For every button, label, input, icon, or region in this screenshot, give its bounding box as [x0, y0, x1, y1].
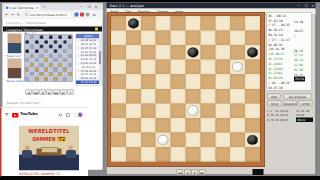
board-square[interactable] [230, 103, 245, 118]
live-white-man [54, 77, 57, 80]
board-square[interactable] [111, 74, 126, 89]
board-square[interactable] [200, 60, 215, 75]
board-square[interactable] [230, 45, 245, 60]
tab-favicon-icon [6, 6, 9, 9]
board-square[interactable] [111, 147, 126, 162]
board-square[interactable] [200, 45, 215, 60]
board-square[interactable] [156, 118, 171, 133]
live-white-man [44, 77, 47, 80]
board-square[interactable] [126, 74, 141, 89]
panel-button-terug[interactable]: terug [268, 101, 282, 107]
board-square[interactable] [156, 45, 171, 60]
board-square[interactable] [215, 16, 230, 31]
board-square[interactable] [185, 45, 200, 60]
thumbnail-title-line1: WERELDTITEL [19, 129, 79, 135]
forward-icon[interactable]: → [11, 12, 14, 17]
board-square[interactable] [185, 132, 200, 147]
more-icon[interactable]: ⋮ [73, 113, 77, 117]
live-white-man [68, 72, 71, 75]
tab-close-icon[interactable]: × [36, 6, 39, 10]
board-square[interactable] [215, 74, 230, 89]
browser-menu-icon[interactable]: ≡ [93, 12, 96, 17]
board-square[interactable] [185, 103, 200, 118]
thumbnail-title-line2: DAMMEN '72 [19, 137, 79, 142]
live-white-man [35, 77, 38, 80]
figure-right-body [66, 150, 76, 158]
thumbnail-board [42, 147, 58, 153]
youtube-logo-icon[interactable]: ▶ [12, 113, 19, 118]
banner-badge-icon [95, 28, 98, 31]
live-banner: Livegames Toernooibase [3, 27, 102, 32]
board-square[interactable] [156, 89, 171, 104]
main-board[interactable] [111, 16, 261, 163]
board-square[interactable] [126, 103, 141, 118]
live-nav-buttons: |◀◀◀◀▶▶▶▶|↻ [26, 90, 74, 95]
live-white-man [59, 63, 62, 66]
board-square[interactable] [245, 16, 260, 31]
app-nav-button[interactable]: ▶▶ [199, 170, 206, 176]
board-square[interactable] [185, 118, 200, 133]
board-square[interactable] [245, 118, 260, 133]
live-black-man [40, 36, 43, 39]
desktop: Live Toernooibase × + ─ ❐ ✕ ← → ↻ live.t… [0, 0, 320, 180]
analysis-eval: 0.78 [267, 118, 276, 123]
video-title[interactable]: WERELDTITEL DAMMEN '72 [19, 172, 60, 176]
live-black-man [68, 36, 71, 39]
board-square[interactable] [200, 16, 215, 31]
board-square[interactable] [126, 45, 141, 60]
live-black-man [40, 45, 43, 48]
black-man[interactable] [247, 135, 258, 145]
app-close-button[interactable]: ✕ [312, 4, 315, 8]
board-square[interactable] [200, 31, 215, 46]
board-square[interactable] [215, 103, 230, 118]
browser-tabbar: Live Toernooibase × + ─ ❐ ✕ [3, 4, 103, 11]
board-square[interactable] [230, 74, 245, 89]
search-icon[interactable] [59, 114, 62, 117]
board-square[interactable] [215, 132, 230, 147]
player-white-photo [8, 34, 22, 54]
back-icon[interactable]: ← [5, 12, 8, 17]
board-square[interactable] [200, 132, 215, 147]
page-caption-top: Live partij — Toernooibase [6, 21, 46, 25]
board-square[interactable] [141, 132, 156, 147]
live-black-man [54, 49, 57, 52]
live-black-man [44, 40, 47, 43]
board-square[interactable] [245, 31, 260, 46]
live-board-square[interactable] [67, 76, 72, 81]
url-text: live.toernooibase.kndb.nl [29, 13, 67, 17]
youtube-menu-icon[interactable]: ≡ [5, 112, 9, 117]
app-nav-button[interactable]: ◀ [184, 170, 191, 176]
tab-title: Live Toernooibase [10, 6, 34, 10]
move-black: ( [294, 33, 296, 38]
player-white-name: Speler wit [7, 54, 21, 57]
panel-button-wis-analyse[interactable]: wis analyse [284, 94, 312, 100]
live-white-man [49, 63, 52, 66]
live-white-man [35, 68, 38, 71]
board-square[interactable] [126, 60, 141, 75]
player-black-name: Speler zwart [7, 79, 24, 82]
live-white-man [44, 68, 47, 71]
app-nav-button[interactable]: ▶ [192, 170, 199, 176]
thumbnail-year: '72 [57, 137, 66, 142]
live-move-panel: Zetten 32-28 19-2338-32 14-1931-27 17-21… [76, 34, 102, 86]
live-black-man [59, 45, 62, 48]
live-black-man [49, 45, 52, 48]
board-square[interactable] [171, 60, 186, 75]
url-bar[interactable]: live.toernooibase.kndb.nl [23, 11, 72, 18]
board-square[interactable] [171, 16, 186, 31]
board-square[interactable] [111, 132, 126, 147]
app-maximize-button[interactable]: ❐ [305, 4, 308, 8]
board-square[interactable] [141, 118, 156, 133]
analysis-best: 28x19 [296, 118, 313, 123]
live-nav-button[interactable]: ▶| [61, 90, 67, 95]
extension-grey-icon[interactable] [86, 13, 90, 17]
live-move-rows: 32-28 19-2338-32 14-1931-27 17-2136-31 2… [76, 39, 101, 85]
live-black-man [59, 36, 62, 39]
reload-icon[interactable]: ↻ [17, 12, 20, 17]
board-square[interactable] [126, 16, 141, 31]
board-square[interactable] [230, 132, 245, 147]
board-square[interactable] [156, 60, 171, 75]
board-square[interactable] [171, 103, 186, 118]
live-nav-button[interactable]: ↻ [68, 90, 74, 95]
window-edge-red [0, 108, 2, 177]
live-white-man [40, 72, 43, 75]
board-square[interactable] [185, 31, 200, 46]
board-square[interactable] [126, 147, 141, 162]
player-black-photo [8, 59, 22, 79]
live-black-man [63, 40, 66, 43]
board-square[interactable] [171, 147, 186, 162]
board-square[interactable] [215, 89, 230, 104]
board-square[interactable] [245, 147, 260, 162]
youtube-logo-text[interactable]: YouTube [20, 111, 38, 116]
live-board[interactable] [25, 35, 73, 82]
app-nav-button[interactable]: ◀◀ [177, 170, 184, 176]
board-square[interactable] [126, 118, 141, 133]
board-square[interactable] [171, 74, 186, 89]
board-square[interactable] [156, 147, 171, 162]
live-black-man [35, 40, 38, 43]
board-square[interactable] [215, 31, 230, 46]
thumbnail-word: DAMMEN [32, 137, 55, 142]
board-square[interactable] [156, 103, 171, 118]
white-man[interactable] [232, 62, 243, 72]
board-square[interactable] [200, 89, 215, 104]
board-square[interactable] [230, 16, 245, 31]
browser-maximize-button[interactable]: ❐ [88, 5, 91, 9]
live-white-man [44, 59, 47, 62]
board-square[interactable] [230, 147, 245, 162]
black-man[interactable] [128, 18, 139, 28]
white-man[interactable] [187, 106, 198, 116]
video-thumbnail[interactable]: WERELDTITEL DAMMEN '72 [19, 126, 79, 171]
apps-icon[interactable] [66, 114, 70, 117]
live-nav-button[interactable]: ◀ [40, 90, 46, 95]
board-square[interactable] [245, 60, 260, 75]
board-square[interactable] [185, 60, 200, 75]
move-entry-box[interactable] [253, 169, 264, 175]
board-square[interactable] [245, 89, 260, 104]
live-white-man [63, 68, 66, 71]
live-nav-button[interactable]: ▶ [47, 90, 53, 95]
board-square[interactable] [156, 31, 171, 46]
board-square[interactable] [141, 60, 156, 75]
board-square[interactable] [171, 132, 186, 147]
live-white-man [30, 63, 33, 66]
board-square[interactable] [230, 118, 245, 133]
board-square[interactable] [156, 74, 171, 89]
board-square[interactable] [215, 60, 230, 75]
youtube-window: ≡ ▶ YouTube ⋮ WERELDTITEL DAMMEN '72 WER… [0, 107, 88, 176]
letterbox-bottom [0, 176, 320, 180]
new-tab-button[interactable]: + [43, 5, 46, 9]
board-square[interactable] [141, 16, 156, 31]
move-black: 25x34 [294, 77, 305, 82]
draughts-app-window: Dam 2.2 — analyse ─ ❐ ✕ SpelZetSpelenOpt… [106, 2, 316, 175]
live-black-man [26, 49, 29, 52]
board-square[interactable] [141, 31, 156, 46]
board-square[interactable] [230, 60, 245, 75]
extension-blue-icon[interactable] [75, 13, 79, 17]
lock-icon [25, 13, 28, 16]
board-square[interactable] [141, 89, 156, 104]
analysis-row[interactable]: 0.7813.48x2728x19 [267, 118, 314, 123]
live-nav-button[interactable]: ▶▶ [54, 90, 60, 95]
board-square[interactable] [245, 74, 260, 89]
black-man[interactable] [187, 47, 198, 57]
app-nav-buttons: ◀◀◀▶▶▶ [177, 170, 206, 176]
board-square[interactable] [111, 45, 126, 60]
avatar[interactable] [78, 113, 83, 118]
move-row[interactable]: 39.35-30 [267, 85, 311, 90]
board-square[interactable] [200, 118, 215, 133]
panel-button-gespeeld[interactable]: gespeeld [283, 101, 297, 107]
app-minimize-button[interactable]: ─ [298, 4, 300, 8]
live-white-man [26, 68, 29, 71]
board-square[interactable] [230, 31, 245, 46]
board-square[interactable] [185, 89, 200, 104]
board-square[interactable] [141, 45, 156, 60]
analysis-table: 1.116.15x4331.42-380.1619.52x4125x340.78… [267, 109, 314, 123]
app-move-list[interactable]: 36...09-1337.43-3913-19( 37...20-2538.28… [267, 13, 312, 91]
browser-close-button[interactable]: ✕ [95, 5, 98, 9]
board-square[interactable] [141, 74, 156, 89]
board-square[interactable] [185, 74, 200, 89]
white-man[interactable] [158, 135, 169, 145]
live-move-row[interactable]: 34-29 23x34 [76, 80, 101, 84]
board-square[interactable] [126, 89, 141, 104]
live-black-man [54, 40, 57, 43]
panel-button-stop[interactable]: stop [268, 94, 281, 100]
move-black: 13-19 [294, 19, 303, 24]
black-man[interactable] [247, 47, 258, 57]
board-square[interactable] [126, 31, 141, 46]
app-title: Dam 2.2 — analyse [110, 4, 144, 8]
board-square[interactable] [185, 147, 200, 162]
board-square[interactable] [141, 103, 156, 118]
live-black-man [49, 36, 52, 39]
board-square[interactable] [156, 16, 171, 31]
board-square[interactable] [171, 118, 186, 133]
board-square[interactable] [171, 45, 186, 60]
page-caption-bottom: Reageer op deze partij [7, 101, 41, 105]
board-square[interactable] [245, 103, 260, 118]
board-square[interactable] [171, 89, 186, 104]
board-square[interactable] [200, 147, 215, 162]
board-square[interactable] [111, 16, 126, 31]
live-move-scrollbar[interactable] [99, 34, 101, 85]
board-square[interactable] [245, 45, 260, 60]
board-square[interactable] [126, 132, 141, 147]
analysis-move: 13.48x27 [275, 118, 296, 123]
board-square[interactable] [141, 147, 156, 162]
live-black-man [26, 40, 29, 43]
move-white: 39.35-30 [267, 85, 294, 90]
board-square[interactable] [171, 31, 186, 46]
board-square[interactable] [185, 16, 200, 31]
board-square[interactable] [200, 103, 215, 118]
live-white-man [49, 72, 52, 75]
board-square[interactable] [111, 89, 126, 104]
panel-button-verder[interactable]: verder [299, 101, 313, 107]
board-square[interactable] [200, 74, 215, 89]
board-square[interactable] [245, 132, 260, 147]
board-square[interactable] [111, 31, 126, 46]
live-black-man [35, 49, 38, 52]
extension-red-icon[interactable] [80, 13, 84, 17]
board-square[interactable] [215, 45, 230, 60]
board-square[interactable] [111, 118, 126, 133]
scrollbar-thumb[interactable] [99, 51, 101, 64]
live-nav-button[interactable]: ◀◀ [33, 90, 39, 95]
board-square[interactable] [156, 132, 171, 147]
live-nav-button[interactable]: |◀ [26, 90, 32, 95]
board-square[interactable] [215, 118, 230, 133]
browser-minimize-button[interactable]: ─ [81, 5, 83, 9]
board-square[interactable] [111, 103, 126, 118]
figure-left-body [22, 150, 32, 158]
board-square[interactable] [111, 60, 126, 75]
live-white-man [59, 72, 62, 75]
board-square[interactable] [230, 89, 245, 104]
board-square[interactable] [215, 147, 230, 162]
